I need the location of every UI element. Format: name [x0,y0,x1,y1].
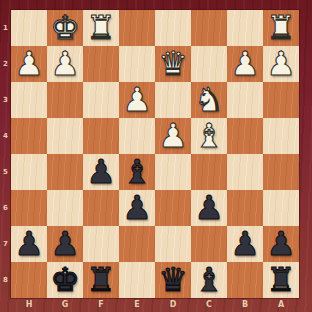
square-f1[interactable]: ♜ [83,10,119,46]
square-d8[interactable]: ♛ [155,262,191,298]
square-c3[interactable]: ♞ [191,82,227,118]
square-e4[interactable] [119,118,155,154]
white-rook[interactable]: ♜ [266,11,296,44]
file-labels: HGFEDCBA [11,298,299,312]
square-f6[interactable] [83,190,119,226]
rank-label-2: 2 [0,46,11,82]
black-pawn[interactable]: ♟ [50,227,80,260]
black-bishop[interactable]: ♝ [122,155,152,188]
square-f4[interactable] [83,118,119,154]
square-e7[interactable] [119,226,155,262]
rank-label-4: 4 [0,118,11,154]
black-rook[interactable]: ♜ [266,263,296,296]
white-pawn[interactable]: ♟ [158,119,188,152]
square-h3[interactable] [11,82,47,118]
rank-label-5: 5 [0,154,11,190]
square-d3[interactable] [155,82,191,118]
square-d6[interactable] [155,190,191,226]
square-d1[interactable] [155,10,191,46]
black-queen[interactable]: ♛ [158,263,188,296]
square-g7[interactable]: ♟ [47,226,83,262]
square-d7[interactable] [155,226,191,262]
white-rook[interactable]: ♜ [86,11,116,44]
square-f3[interactable] [83,82,119,118]
white-pawn[interactable]: ♟ [266,47,296,80]
square-h8[interactable] [11,262,47,298]
square-d5[interactable] [155,154,191,190]
square-g2[interactable]: ♟ [47,46,83,82]
square-e8[interactable] [119,262,155,298]
white-pawn[interactable]: ♟ [122,83,152,116]
file-label-d: D [155,298,191,312]
black-rook[interactable]: ♜ [86,263,116,296]
file-label-c: C [191,298,227,312]
chess-board: ♚♜♜♟♟♛♟♟♟♞♟♝♟♝♟♟♟♟♟♟♚♜♛♝♜ [11,10,299,298]
chess-board-frame: 12345678 ♚♜♜♟♟♛♟♟♟♞♟♝♟♝♟♟♟♟♟♟♚♜♛♝♜ HGFED… [0,0,312,312]
square-a2[interactable]: ♟ [263,46,299,82]
black-bishop[interactable]: ♝ [194,263,224,296]
square-a3[interactable] [263,82,299,118]
square-b7[interactable]: ♟ [227,226,263,262]
square-a5[interactable] [263,154,299,190]
white-bishop[interactable]: ♝ [194,119,224,152]
square-b5[interactable] [227,154,263,190]
square-e2[interactable] [119,46,155,82]
square-f2[interactable] [83,46,119,82]
rank-label-3: 3 [0,82,11,118]
square-c2[interactable] [191,46,227,82]
black-pawn[interactable]: ♟ [86,155,116,188]
square-c7[interactable] [191,226,227,262]
square-b4[interactable] [227,118,263,154]
white-pawn[interactable]: ♟ [14,47,44,80]
file-label-a: A [263,298,299,312]
white-knight[interactable]: ♞ [194,83,224,116]
white-queen[interactable]: ♛ [158,47,188,80]
square-c4[interactable]: ♝ [191,118,227,154]
square-b3[interactable] [227,82,263,118]
square-d4[interactable]: ♟ [155,118,191,154]
square-c5[interactable] [191,154,227,190]
square-e3[interactable]: ♟ [119,82,155,118]
white-pawn[interactable]: ♟ [230,47,260,80]
square-a7[interactable]: ♟ [263,226,299,262]
square-b6[interactable] [227,190,263,226]
square-a1[interactable]: ♜ [263,10,299,46]
square-e6[interactable]: ♟ [119,190,155,226]
square-g6[interactable] [47,190,83,226]
square-c8[interactable]: ♝ [191,262,227,298]
square-b8[interactable] [227,262,263,298]
black-pawn[interactable]: ♟ [266,227,296,260]
rank-label-6: 6 [0,190,11,226]
file-label-b: B [227,298,263,312]
square-b1[interactable] [227,10,263,46]
square-a6[interactable] [263,190,299,226]
rank-label-8: 8 [0,262,11,298]
square-g4[interactable] [47,118,83,154]
square-a8[interactable]: ♜ [263,262,299,298]
white-king[interactable]: ♚ [50,11,80,44]
square-h1[interactable] [11,10,47,46]
square-h5[interactable] [11,154,47,190]
square-b2[interactable]: ♟ [227,46,263,82]
square-g5[interactable] [47,154,83,190]
black-pawn[interactable]: ♟ [122,191,152,224]
square-h2[interactable]: ♟ [11,46,47,82]
square-a4[interactable] [263,118,299,154]
file-label-h: H [11,298,47,312]
square-g1[interactable]: ♚ [47,10,83,46]
black-pawn[interactable]: ♟ [14,227,44,260]
square-f8[interactable]: ♜ [83,262,119,298]
black-king[interactable]: ♚ [50,263,80,296]
square-c1[interactable] [191,10,227,46]
file-label-g: G [47,298,83,312]
file-label-f: F [83,298,119,312]
black-pawn[interactable]: ♟ [194,191,224,224]
square-c6[interactable]: ♟ [191,190,227,226]
rank-label-7: 7 [0,226,11,262]
white-pawn[interactable]: ♟ [50,47,80,80]
file-label-e: E [119,298,155,312]
black-pawn[interactable]: ♟ [230,227,260,260]
square-f5[interactable]: ♟ [83,154,119,190]
square-g3[interactable] [47,82,83,118]
square-g8[interactable]: ♚ [47,262,83,298]
square-e5[interactable]: ♝ [119,154,155,190]
square-f7[interactable] [83,226,119,262]
rank-labels: 12345678 [0,10,11,298]
rank-label-1: 1 [0,10,11,46]
square-h4[interactable] [11,118,47,154]
square-h7[interactable]: ♟ [11,226,47,262]
square-d2[interactable]: ♛ [155,46,191,82]
square-e1[interactable] [119,10,155,46]
square-h6[interactable] [11,190,47,226]
